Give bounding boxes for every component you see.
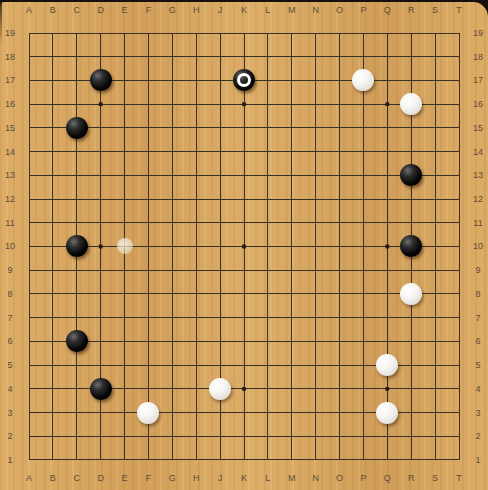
coord-label-top: B: [50, 5, 56, 14]
white-stone-P17: [352, 69, 374, 91]
go-board[interactable]: AABBCCDDEEFFGGHHJJKKLLMMNNOOPPQQRRSSTT19…: [0, 2, 488, 490]
coord-label-left: 13: [5, 171, 15, 180]
star-point: [242, 387, 246, 391]
coord-label-right: 10: [473, 242, 483, 251]
coord-label-left: 2: [7, 432, 12, 441]
coord-label-right: 2: [475, 432, 480, 441]
coord-label-top: P: [360, 5, 366, 14]
coord-label-top: T: [456, 5, 462, 14]
star-point: [98, 102, 102, 106]
coord-label-top: O: [336, 5, 343, 14]
black-stone-C15: [66, 117, 88, 139]
coord-label-bottom: Q: [384, 474, 391, 483]
coord-label-top: K: [241, 5, 247, 14]
star-point: [242, 244, 246, 248]
coord-label-top: R: [408, 5, 415, 14]
coord-label-bottom: H: [193, 474, 200, 483]
coord-label-right: 3: [475, 408, 480, 417]
coord-label-right: 18: [473, 52, 483, 61]
coord-label-right: 8: [475, 289, 480, 298]
coord-label-bottom: D: [97, 474, 104, 483]
coord-label-bottom: O: [336, 474, 343, 483]
white-stone-R16: [400, 93, 422, 115]
coord-label-top: M: [288, 5, 296, 14]
coord-label-right: 4: [475, 384, 480, 393]
coord-label-right: 15: [473, 123, 483, 132]
coord-label-top: N: [312, 5, 319, 14]
coord-label-bottom: K: [241, 474, 247, 483]
black-stone-R13: [400, 164, 422, 186]
coord-label-right: 11: [473, 218, 482, 227]
coord-label-top: A: [26, 5, 32, 14]
coord-label-left: 15: [5, 123, 15, 132]
coord-label-bottom: J: [218, 474, 223, 483]
coord-label-bottom: B: [50, 474, 56, 483]
coord-label-right: 17: [473, 76, 483, 85]
coord-label-left: 9: [7, 266, 12, 275]
coord-label-bottom: G: [169, 474, 176, 483]
black-stone-K17: [233, 69, 255, 91]
coord-label-right: 14: [473, 147, 483, 156]
coord-label-left: 6: [7, 337, 12, 346]
last-move-marker: [237, 73, 251, 87]
coord-label-left: 5: [7, 361, 12, 370]
coord-label-top: L: [265, 5, 270, 14]
star-point: [98, 244, 102, 248]
coord-label-right: 5: [475, 361, 480, 370]
coord-label-left: 11: [5, 218, 14, 227]
coord-label-left: 1: [7, 455, 12, 464]
coord-label-top: Q: [384, 5, 391, 14]
coord-label-left: 8: [7, 289, 12, 298]
coord-label-bottom: A: [26, 474, 32, 483]
coord-label-left: 14: [5, 147, 15, 156]
coord-label-bottom: L: [265, 474, 270, 483]
coord-label-right: 6: [475, 337, 480, 346]
coord-label-right: 1: [475, 455, 480, 464]
coord-label-left: 17: [5, 76, 15, 85]
coord-label-right: 12: [473, 195, 483, 204]
star-point: [385, 387, 389, 391]
black-stone-D17: [90, 69, 112, 91]
coord-label-left: 18: [5, 52, 15, 61]
white-stone-Q5: [376, 354, 398, 376]
coord-label-left: 3: [7, 408, 12, 417]
coord-label-left: 12: [5, 195, 15, 204]
star-point: [242, 102, 246, 106]
coord-label-bottom: T: [456, 474, 462, 483]
star-point: [385, 102, 389, 106]
white-stone-J4: [209, 378, 231, 400]
coord-label-left: 10: [5, 242, 15, 251]
coord-label-left: 16: [5, 100, 15, 109]
coord-label-right: 9: [475, 266, 480, 275]
coord-label-bottom: F: [146, 474, 152, 483]
coord-label-bottom: P: [360, 474, 366, 483]
coord-label-bottom: R: [408, 474, 415, 483]
go-app-window: AABBCCDDEEFFGGHHJJKKLLMMNNOOPPQQRRSSTT19…: [0, 0, 488, 490]
coord-label-top: H: [193, 5, 200, 14]
coord-label-left: 7: [7, 313, 12, 322]
coord-label-top: F: [146, 5, 152, 14]
coord-label-bottom: E: [122, 474, 128, 483]
coord-label-right: 7: [475, 313, 480, 322]
ghost-stone-preview[interactable]: [117, 238, 133, 254]
coord-label-left: 4: [7, 384, 12, 393]
coord-label-left: 19: [5, 29, 15, 38]
coord-label-top: D: [97, 5, 104, 14]
star-point: [385, 244, 389, 248]
coord-label-top: G: [169, 5, 176, 14]
coord-label-bottom: M: [288, 474, 296, 483]
white-stone-Q3: [376, 402, 398, 424]
coord-label-right: 16: [473, 100, 483, 109]
coord-label-bottom: S: [432, 474, 438, 483]
coord-label-right: 19: [473, 29, 483, 38]
coord-label-bottom: C: [74, 474, 81, 483]
coord-label-top: E: [122, 5, 128, 14]
coord-label-right: 13: [473, 171, 483, 180]
black-stone-D4: [90, 378, 112, 400]
coord-label-top: J: [218, 5, 223, 14]
white-stone-F3: [137, 402, 159, 424]
black-stone-R10: [400, 235, 422, 257]
coord-label-top: S: [432, 5, 438, 14]
black-stone-C10: [66, 235, 88, 257]
white-stone-R8: [400, 283, 422, 305]
black-stone-C6: [66, 330, 88, 352]
coord-label-bottom: N: [312, 474, 319, 483]
coord-label-top: C: [74, 5, 81, 14]
